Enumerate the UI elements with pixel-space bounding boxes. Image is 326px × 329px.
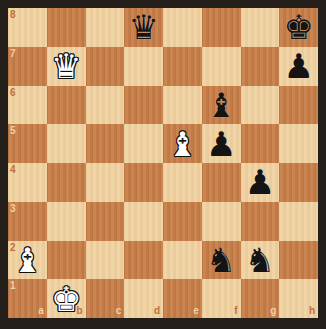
square-h5[interactable] — [279, 124, 318, 163]
board[interactable]: 8♛♚7♛♟6♝5♝♟4♟32♝♞♞1ab♚cdefgh — [8, 8, 318, 318]
square-a3[interactable]: 3 — [8, 202, 47, 241]
square-f1[interactable]: f — [202, 279, 241, 318]
piece-black-pawn[interactable]: ♟ — [206, 125, 236, 163]
square-f6[interactable]: ♝ — [202, 86, 241, 125]
square-f7[interactable] — [202, 47, 241, 86]
square-h6[interactable] — [279, 86, 318, 125]
file-label-b: b — [76, 306, 82, 316]
square-c1[interactable]: c — [86, 279, 125, 318]
square-b7[interactable]: ♛ — [47, 47, 86, 86]
piece-black-pawn[interactable]: ♟ — [283, 47, 313, 85]
square-d2[interactable] — [124, 241, 163, 280]
rank-label-2: 2 — [10, 243, 16, 253]
square-c7[interactable] — [86, 47, 125, 86]
piece-white-queen[interactable]: ♛ — [51, 47, 81, 85]
square-h4[interactable] — [279, 163, 318, 202]
file-label-h: h — [309, 306, 315, 316]
square-g1[interactable]: g — [241, 279, 280, 318]
square-a7[interactable]: 7 — [8, 47, 47, 86]
rank-label-3: 3 — [10, 204, 16, 214]
rank-label-7: 7 — [10, 49, 16, 59]
piece-black-king[interactable]: ♚ — [283, 8, 313, 46]
square-h8[interactable]: ♚ — [279, 8, 318, 47]
square-b1[interactable]: b♚ — [47, 279, 86, 318]
square-f5[interactable]: ♟ — [202, 124, 241, 163]
square-d5[interactable] — [124, 124, 163, 163]
file-label-d: d — [154, 306, 160, 316]
square-b3[interactable] — [47, 202, 86, 241]
square-e5[interactable]: ♝ — [163, 124, 202, 163]
square-d6[interactable] — [124, 86, 163, 125]
square-h7[interactable]: ♟ — [279, 47, 318, 86]
square-h3[interactable] — [279, 202, 318, 241]
square-c2[interactable] — [86, 241, 125, 280]
square-g6[interactable] — [241, 86, 280, 125]
file-label-g: g — [270, 306, 276, 316]
square-e1[interactable]: e — [163, 279, 202, 318]
rank-label-5: 5 — [10, 126, 16, 136]
square-b5[interactable] — [47, 124, 86, 163]
square-e3[interactable] — [163, 202, 202, 241]
square-d7[interactable] — [124, 47, 163, 86]
square-e2[interactable] — [163, 241, 202, 280]
piece-black-pawn[interactable]: ♟ — [245, 163, 275, 201]
square-a6[interactable]: 6 — [8, 86, 47, 125]
square-f4[interactable] — [202, 163, 241, 202]
file-label-f: f — [234, 306, 237, 316]
square-e8[interactable] — [163, 8, 202, 47]
piece-black-knight[interactable]: ♞ — [245, 241, 275, 279]
square-g4[interactable]: ♟ — [241, 163, 280, 202]
square-a1[interactable]: 1a — [8, 279, 47, 318]
rank-label-1: 1 — [10, 281, 16, 291]
square-a5[interactable]: 5 — [8, 124, 47, 163]
piece-white-bishop[interactable]: ♝ — [167, 125, 197, 163]
file-label-a: a — [38, 306, 44, 316]
piece-black-queen[interactable]: ♛ — [128, 8, 158, 46]
file-label-c: c — [116, 306, 122, 316]
piece-black-knight[interactable]: ♞ — [206, 241, 236, 279]
square-a8[interactable]: 8 — [8, 8, 47, 47]
square-h2[interactable] — [279, 241, 318, 280]
square-c8[interactable] — [86, 8, 125, 47]
piece-white-bishop[interactable]: ♝ — [12, 241, 42, 279]
rank-label-8: 8 — [10, 10, 16, 20]
square-c5[interactable] — [86, 124, 125, 163]
piece-black-bishop[interactable]: ♝ — [206, 86, 236, 124]
square-g2[interactable]: ♞ — [241, 241, 280, 280]
square-e4[interactable] — [163, 163, 202, 202]
square-a4[interactable]: 4 — [8, 163, 47, 202]
rank-label-4: 4 — [10, 165, 16, 175]
square-h1[interactable]: h — [279, 279, 318, 318]
square-b4[interactable] — [47, 163, 86, 202]
square-d8[interactable]: ♛ — [124, 8, 163, 47]
square-c6[interactable] — [86, 86, 125, 125]
square-b8[interactable] — [47, 8, 86, 47]
square-g5[interactable] — [241, 124, 280, 163]
square-g7[interactable] — [241, 47, 280, 86]
square-d1[interactable]: d — [124, 279, 163, 318]
square-d3[interactable] — [124, 202, 163, 241]
square-a2[interactable]: 2♝ — [8, 241, 47, 280]
square-f2[interactable]: ♞ — [202, 241, 241, 280]
square-b6[interactable] — [47, 86, 86, 125]
square-e6[interactable] — [163, 86, 202, 125]
rank-label-6: 6 — [10, 88, 16, 98]
square-f8[interactable] — [202, 8, 241, 47]
square-c4[interactable] — [86, 163, 125, 202]
square-b2[interactable] — [47, 241, 86, 280]
chess-board-frame: 8♛♚7♛♟6♝5♝♟4♟32♝♞♞1ab♚cdefgh — [0, 0, 326, 329]
square-d4[interactable] — [124, 163, 163, 202]
square-e7[interactable] — [163, 47, 202, 86]
square-f3[interactable] — [202, 202, 241, 241]
square-g3[interactable] — [241, 202, 280, 241]
square-c3[interactable] — [86, 202, 125, 241]
square-g8[interactable] — [241, 8, 280, 47]
file-label-e: e — [193, 306, 199, 316]
